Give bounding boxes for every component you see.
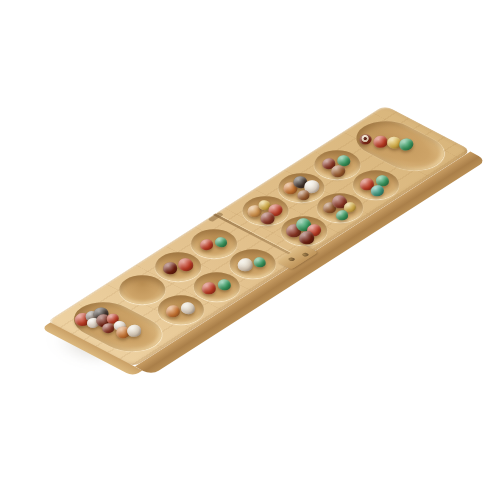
stone-clear (127, 325, 141, 337)
stone-red (201, 282, 215, 294)
pit-top-5 (278, 173, 324, 202)
stone-banded (360, 135, 372, 145)
stone-orange (165, 305, 179, 317)
pit-bottom-5 (317, 193, 363, 222)
pit-bottom-2 (193, 272, 239, 301)
pit-bottom-4 (281, 216, 327, 245)
stone-darkred (163, 261, 177, 273)
stone-green (215, 236, 227, 246)
pit-bottom-3 (229, 249, 275, 278)
pit-bottom-1 (157, 295, 203, 324)
stone-red (199, 239, 212, 250)
stone-clear (180, 302, 194, 314)
product-photo-scene (0, 0, 500, 500)
stone-brown (297, 189, 309, 199)
stone-green (399, 138, 413, 150)
stone-maroon (260, 211, 274, 223)
pit-top-2 (155, 252, 201, 281)
hinge-screw (287, 257, 296, 262)
stone-maroon (102, 323, 114, 333)
pit-top-3 (191, 229, 237, 258)
stone-red (373, 136, 387, 148)
stone-green (253, 257, 265, 267)
stone-green (217, 279, 230, 290)
stone-green (336, 210, 348, 220)
stone-clear (237, 258, 252, 271)
pit-top-1 (119, 275, 165, 304)
mancala-board (46, 105, 472, 368)
pit-top-6 (314, 150, 360, 179)
stone-red (177, 258, 192, 271)
pit-bottom-6 (352, 170, 398, 199)
stone-darkred (298, 231, 313, 244)
stone-brown (331, 164, 345, 176)
pit-top-4 (242, 196, 288, 225)
hinge-screw (301, 252, 310, 257)
stone-teal (370, 185, 383, 196)
